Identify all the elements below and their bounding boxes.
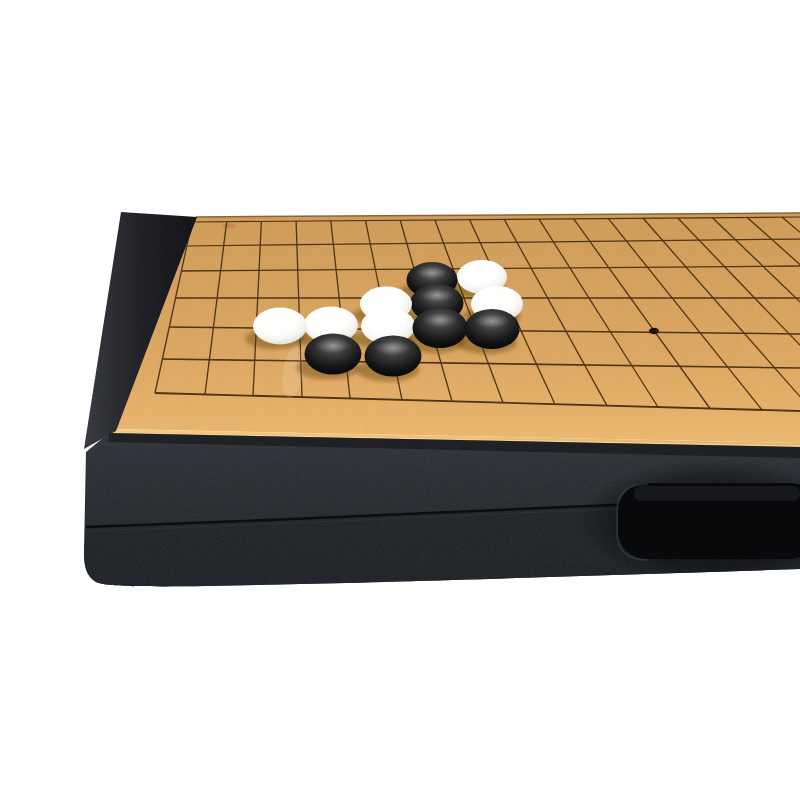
star-point-hoshi [649, 328, 659, 334]
white-stone [253, 308, 307, 345]
black-stone-sheen [474, 314, 510, 328]
black-stone-sheen [415, 267, 449, 279]
go-board-product-photo [0, 0, 800, 800]
product-photo-stage [0, 0, 800, 800]
black-stone-sheen [314, 339, 352, 353]
black-stone-sheen [374, 341, 412, 355]
wood-smudge [222, 224, 236, 229]
black-stone-sheen [422, 313, 458, 327]
handle-recess-top-reflection [634, 486, 800, 501]
black-stone-sheen [420, 289, 455, 302]
case-front-face [84, 433, 800, 590]
